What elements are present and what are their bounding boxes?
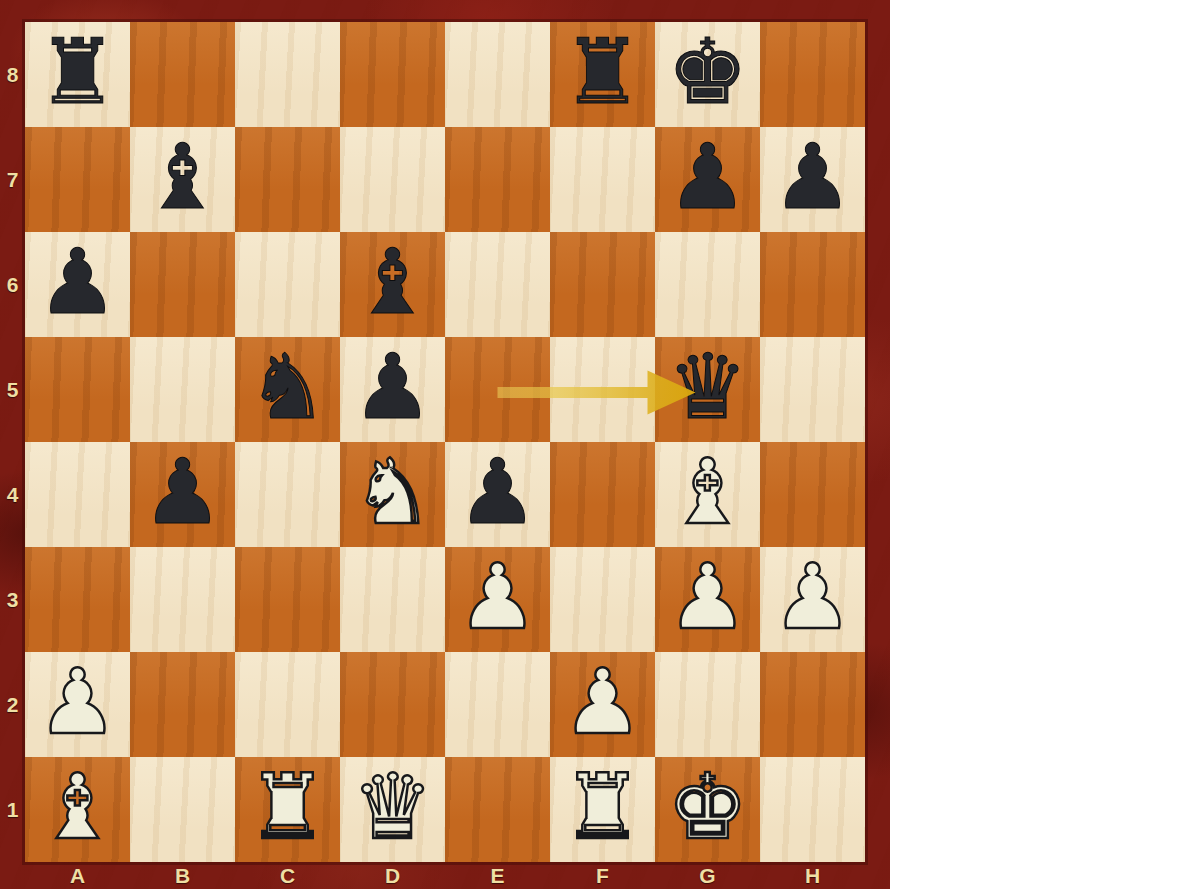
rank-label-7: 7 — [0, 127, 25, 232]
square-a8[interactable]: ♜ — [25, 22, 130, 127]
square-d2[interactable] — [340, 652, 445, 757]
square-h2[interactable] — [760, 652, 865, 757]
square-a2[interactable]: ♟ — [25, 652, 130, 757]
file-label-f: F — [550, 862, 655, 889]
square-d7[interactable] — [340, 127, 445, 232]
piece-h3-white-pawn[interactable]: ♟ — [772, 552, 853, 642]
square-a1[interactable]: ♝ — [25, 757, 130, 862]
piece-g1-white-king[interactable]: ♚ — [667, 762, 748, 852]
square-h3[interactable]: ♟ — [760, 547, 865, 652]
piece-a6-black-pawn[interactable]: ♟ — [37, 237, 118, 327]
square-h5[interactable] — [760, 337, 865, 442]
piece-g7-black-pawn[interactable]: ♟ — [667, 132, 748, 222]
file-label-c: C — [235, 862, 340, 889]
square-g6[interactable] — [655, 232, 760, 337]
square-g3[interactable]: ♟ — [655, 547, 760, 652]
square-e8[interactable] — [445, 22, 550, 127]
square-f5[interactable] — [550, 337, 655, 442]
square-d3[interactable] — [340, 547, 445, 652]
piece-f1-white-rook[interactable]: ♜ — [562, 762, 643, 852]
piece-g8-black-king[interactable]: ♚ — [667, 27, 748, 117]
rank-label-1: 1 — [0, 757, 25, 862]
piece-e3-white-pawn[interactable]: ♟ — [457, 552, 538, 642]
square-f6[interactable] — [550, 232, 655, 337]
piece-c5-black-knight[interactable]: ♞ — [247, 342, 328, 432]
piece-g4-white-bishop[interactable]: ♝ — [667, 447, 748, 537]
square-b3[interactable] — [130, 547, 235, 652]
square-a7[interactable] — [25, 127, 130, 232]
piece-d4-white-knight[interactable]: ♞ — [352, 447, 433, 537]
chessboard-frame: ♜♜♚♝♟♟♟♝♞♟♛♟♞♟♝♟♟♟♟♟♝♜♛♜♚ 87654321ABCDEF… — [0, 0, 890, 889]
square-b1[interactable] — [130, 757, 235, 862]
square-h7[interactable]: ♟ — [760, 127, 865, 232]
piece-f2-white-pawn[interactable]: ♟ — [562, 657, 643, 747]
piece-h7-black-pawn[interactable]: ♟ — [772, 132, 853, 222]
square-b4[interactable]: ♟ — [130, 442, 235, 547]
piece-e4-black-pawn[interactable]: ♟ — [457, 447, 538, 537]
piece-b4-black-pawn[interactable]: ♟ — [142, 447, 223, 537]
file-label-a: A — [25, 862, 130, 889]
file-label-e: E — [445, 862, 550, 889]
square-f3[interactable] — [550, 547, 655, 652]
square-e6[interactable] — [445, 232, 550, 337]
piece-a2-white-pawn[interactable]: ♟ — [37, 657, 118, 747]
square-b6[interactable] — [130, 232, 235, 337]
piece-d5-black-pawn[interactable]: ♟ — [352, 342, 433, 432]
square-g1[interactable]: ♚ — [655, 757, 760, 862]
square-e4[interactable]: ♟ — [445, 442, 550, 547]
rank-label-2: 2 — [0, 652, 25, 757]
square-c5[interactable]: ♞ — [235, 337, 340, 442]
piece-d6-black-bishop[interactable]: ♝ — [352, 237, 433, 327]
square-a4[interactable] — [25, 442, 130, 547]
square-e5[interactable] — [445, 337, 550, 442]
square-h8[interactable] — [760, 22, 865, 127]
square-c1[interactable]: ♜ — [235, 757, 340, 862]
square-d8[interactable] — [340, 22, 445, 127]
square-f8[interactable]: ♜ — [550, 22, 655, 127]
square-d6[interactable]: ♝ — [340, 232, 445, 337]
square-d5[interactable]: ♟ — [340, 337, 445, 442]
square-c2[interactable] — [235, 652, 340, 757]
square-f7[interactable] — [550, 127, 655, 232]
piece-f8-black-rook[interactable]: ♜ — [562, 27, 643, 117]
rank-label-5: 5 — [0, 337, 25, 442]
square-b5[interactable] — [130, 337, 235, 442]
piece-c1-white-rook[interactable]: ♜ — [247, 762, 328, 852]
square-b2[interactable] — [130, 652, 235, 757]
square-c8[interactable] — [235, 22, 340, 127]
square-f4[interactable] — [550, 442, 655, 547]
square-c6[interactable] — [235, 232, 340, 337]
square-d4[interactable]: ♞ — [340, 442, 445, 547]
square-c4[interactable] — [235, 442, 340, 547]
square-f2[interactable]: ♟ — [550, 652, 655, 757]
square-e1[interactable] — [445, 757, 550, 862]
piece-a8-black-rook[interactable]: ♜ — [37, 27, 118, 117]
square-e7[interactable] — [445, 127, 550, 232]
square-h6[interactable] — [760, 232, 865, 337]
screenshot-stage: ♜♜♚♝♟♟♟♝♞♟♛♟♞♟♝♟♟♟♟♟♝♜♛♜♚ 87654321ABCDEF… — [0, 0, 1200, 889]
square-b8[interactable] — [130, 22, 235, 127]
square-c7[interactable] — [235, 127, 340, 232]
piece-b7-black-bishop[interactable]: ♝ — [142, 132, 223, 222]
rank-label-3: 3 — [0, 547, 25, 652]
square-e2[interactable] — [445, 652, 550, 757]
piece-g5-black-queen[interactable]: ♛ — [667, 342, 748, 432]
square-a3[interactable] — [25, 547, 130, 652]
square-c3[interactable] — [235, 547, 340, 652]
piece-g3-white-pawn[interactable]: ♟ — [667, 552, 748, 642]
square-a5[interactable] — [25, 337, 130, 442]
square-g2[interactable] — [655, 652, 760, 757]
rank-label-6: 6 — [0, 232, 25, 337]
chessboard: ♜♜♚♝♟♟♟♝♞♟♛♟♞♟♝♟♟♟♟♟♝♜♛♜♚ — [25, 22, 865, 862]
piece-d1-white-queen[interactable]: ♛ — [352, 762, 433, 852]
file-label-g: G — [655, 862, 760, 889]
square-g8[interactable]: ♚ — [655, 22, 760, 127]
file-label-d: D — [340, 862, 445, 889]
rank-label-4: 4 — [0, 442, 25, 547]
square-a6[interactable]: ♟ — [25, 232, 130, 337]
file-label-b: B — [130, 862, 235, 889]
square-g7[interactable]: ♟ — [655, 127, 760, 232]
square-b7[interactable]: ♝ — [130, 127, 235, 232]
piece-a1-white-bishop[interactable]: ♝ — [37, 762, 118, 852]
square-g4[interactable]: ♝ — [655, 442, 760, 547]
square-g5[interactable]: ♛ — [655, 337, 760, 442]
file-label-h: H — [760, 862, 865, 889]
square-f1[interactable]: ♜ — [550, 757, 655, 862]
square-d1[interactable]: ♛ — [340, 757, 445, 862]
square-e3[interactable]: ♟ — [445, 547, 550, 652]
rank-label-8: 8 — [0, 22, 25, 127]
square-h4[interactable] — [760, 442, 865, 547]
empty-right-margin — [890, 0, 1200, 889]
square-h1[interactable] — [760, 757, 865, 862]
